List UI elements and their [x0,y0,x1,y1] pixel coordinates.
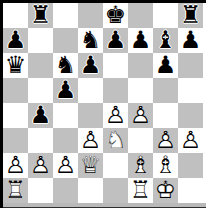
white-pawn-icon: ♟♙ [103,103,128,128]
square-e7[interactable]: ♟ [103,28,128,53]
square-b8[interactable]: ♜ [28,3,53,28]
square-e8[interactable]: ♚ [103,3,128,28]
black-pawn-icon: ♟ [103,28,128,53]
square-c3[interactable] [53,128,78,153]
square-g7[interactable]: ♝ [153,28,178,53]
black-pawn-icon: ♟ [28,103,53,128]
square-h3[interactable]: ♟♙ [178,128,203,153]
black-pawn-icon: ♟ [78,53,103,78]
square-d6[interactable]: ♟ [78,53,103,78]
white-pawn-icon: ♟♙ [78,128,103,153]
white-rook-icon: ♜♖ [128,178,153,203]
black-rook-icon: ♜ [178,3,203,28]
white-pawn-icon: ♟♙ [153,128,178,153]
square-a7[interactable]: ♟ [3,28,28,53]
square-d2[interactable]: ♛♕ [78,153,103,178]
square-f8[interactable] [128,3,153,28]
black-pawn-icon: ♟ [178,28,203,53]
square-f2[interactable]: ♝♗ [128,153,153,178]
board-border-left [0,0,3,208]
square-a4[interactable] [3,103,28,128]
square-f4[interactable]: ♟♙ [128,103,153,128]
square-g2[interactable]: ♝♗ [153,153,178,178]
square-b7[interactable] [28,28,53,53]
black-knight-icon: ♞ [78,28,103,53]
square-c4[interactable] [53,103,78,128]
chess-board: ♜♚♜♟♞♟♟♝♟♛♞♟♟♟♟♟♙♟♙♟♙♞♘♟♙♟♙♟♙♟♙♟♙♛♕♝♗♝♗♜… [3,3,203,203]
square-a6[interactable]: ♛ [3,53,28,78]
square-f5[interactable] [128,78,153,103]
board-border-top [0,0,206,3]
square-b4[interactable]: ♟ [28,103,53,128]
square-e1[interactable] [103,178,128,203]
white-bishop-icon: ♝♗ [153,153,178,178]
square-h4[interactable] [178,103,203,128]
square-a1[interactable]: ♜♖ [3,178,28,203]
square-b2[interactable]: ♟♙ [28,153,53,178]
square-f7[interactable]: ♟ [128,28,153,53]
square-c7[interactable] [53,28,78,53]
square-g6[interactable]: ♟ [153,53,178,78]
square-e3[interactable]: ♞♘ [103,128,128,153]
square-c1[interactable] [53,178,78,203]
black-pawn-icon: ♟ [53,78,78,103]
square-d4[interactable] [78,103,103,128]
square-a2[interactable]: ♟♙ [3,153,28,178]
square-e4[interactable]: ♟♙ [103,103,128,128]
board-shadow [3,203,206,208]
square-g5[interactable] [153,78,178,103]
chess-diagram: ♜♚♜♟♞♟♟♝♟♛♞♟♟♟♟♟♙♟♙♟♙♞♘♟♙♟♙♟♙♟♙♟♙♛♕♝♗♝♗♜… [0,0,206,208]
white-pawn-icon: ♟♙ [28,153,53,178]
black-bishop-icon: ♝ [153,28,178,53]
square-h2[interactable] [178,153,203,178]
white-pawn-icon: ♟♙ [128,103,153,128]
white-pawn-icon: ♟♙ [53,153,78,178]
square-d8[interactable] [78,3,103,28]
square-h8[interactable]: ♜ [178,3,203,28]
square-a5[interactable] [3,78,28,103]
square-c6[interactable]: ♞ [53,53,78,78]
square-h1[interactable] [178,178,203,203]
black-king-icon: ♚ [103,3,128,28]
square-f1[interactable]: ♜♖ [128,178,153,203]
square-f6[interactable] [128,53,153,78]
white-king-icon: ♚♔ [153,178,178,203]
square-e5[interactable] [103,78,128,103]
square-d7[interactable]: ♞ [78,28,103,53]
white-pawn-icon: ♟♙ [178,128,203,153]
black-queen-icon: ♛ [3,53,28,78]
square-h6[interactable] [178,53,203,78]
square-c8[interactable] [53,3,78,28]
square-b6[interactable] [28,53,53,78]
square-a3[interactable] [3,128,28,153]
black-rook-icon: ♜ [28,3,53,28]
square-h5[interactable] [178,78,203,103]
black-pawn-icon: ♟ [3,28,28,53]
square-g3[interactable]: ♟♙ [153,128,178,153]
square-b5[interactable] [28,78,53,103]
square-e2[interactable] [103,153,128,178]
square-e6[interactable] [103,53,128,78]
square-d5[interactable] [78,78,103,103]
white-queen-icon: ♛♕ [78,153,103,178]
square-d1[interactable] [78,178,103,203]
white-rook-icon: ♜♖ [3,178,28,203]
black-pawn-icon: ♟ [128,28,153,53]
white-knight-icon: ♞♘ [103,128,128,153]
square-f3[interactable] [128,128,153,153]
square-g8[interactable] [153,3,178,28]
square-c2[interactable]: ♟♙ [53,153,78,178]
square-d3[interactable]: ♟♙ [78,128,103,153]
square-b1[interactable] [28,178,53,203]
square-a8[interactable] [3,3,28,28]
black-pawn-icon: ♟ [153,53,178,78]
square-c5[interactable]: ♟ [53,78,78,103]
white-pawn-icon: ♟♙ [3,153,28,178]
square-h7[interactable]: ♟ [178,28,203,53]
black-knight-icon: ♞ [53,53,78,78]
white-bishop-icon: ♝♗ [128,153,153,178]
square-b3[interactable] [28,128,53,153]
square-g4[interactable] [153,103,178,128]
square-g1[interactable]: ♚♔ [153,178,178,203]
